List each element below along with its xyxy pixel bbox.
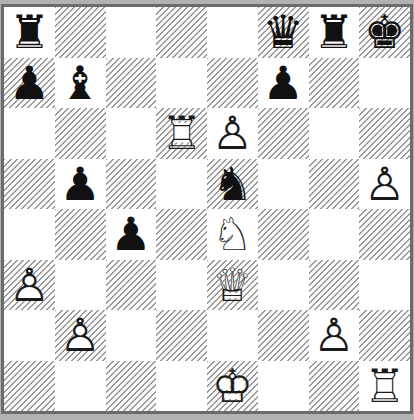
pawn-outline-glyph: ♙ bbox=[207, 108, 258, 159]
square-g4[interactable] bbox=[309, 209, 360, 260]
square-a6[interactable] bbox=[4, 108, 55, 159]
square-g6[interactable] bbox=[309, 108, 360, 159]
knight-outline-glyph: ♘ bbox=[207, 209, 258, 260]
white-pawn-piece: ♟♙ bbox=[4, 260, 55, 311]
black-pawn-piece: ♟ bbox=[258, 58, 309, 109]
white-pawn-piece: ♟♙ bbox=[207, 108, 258, 159]
square-d2[interactable] bbox=[156, 310, 207, 361]
black-rook-piece: ♜ bbox=[309, 7, 360, 58]
square-c1[interactable] bbox=[106, 361, 157, 412]
square-b6[interactable] bbox=[55, 108, 106, 159]
square-g3[interactable] bbox=[309, 260, 360, 311]
square-e1[interactable]: ♚♔ bbox=[207, 361, 258, 412]
black-pawn-piece: ♟ bbox=[55, 159, 106, 210]
square-e3[interactable]: ♛♕ bbox=[207, 260, 258, 311]
king-outline-glyph: ♔ bbox=[207, 361, 258, 412]
square-e7[interactable] bbox=[207, 58, 258, 109]
square-a4[interactable] bbox=[4, 209, 55, 260]
square-h4[interactable] bbox=[359, 209, 410, 260]
square-a8[interactable]: ♜ bbox=[4, 7, 55, 58]
square-g5[interactable] bbox=[309, 159, 360, 210]
black-rook-piece: ♜ bbox=[4, 7, 55, 58]
square-d7[interactable] bbox=[156, 58, 207, 109]
pawn-outline-glyph: ♙ bbox=[309, 310, 360, 361]
square-d8[interactable] bbox=[156, 7, 207, 58]
square-f3[interactable] bbox=[258, 260, 309, 311]
white-rook-piece: ♜♖ bbox=[156, 108, 207, 159]
white-pawn-piece: ♟♙ bbox=[309, 310, 360, 361]
black-pawn-piece: ♟ bbox=[106, 209, 157, 260]
square-b8[interactable] bbox=[55, 7, 106, 58]
diagram-frame: ♜♛♜♚♟♝♟♜♖♟♙♟♞♟♙♟♞♘♟♙♛♕♟♙♟♙♚♔♜♖ bbox=[0, 0, 414, 420]
square-b7[interactable]: ♝ bbox=[55, 58, 106, 109]
square-c4[interactable]: ♟ bbox=[106, 209, 157, 260]
square-f7[interactable]: ♟ bbox=[258, 58, 309, 109]
square-c8[interactable] bbox=[106, 7, 157, 58]
square-c2[interactable] bbox=[106, 310, 157, 361]
square-e6[interactable]: ♟♙ bbox=[207, 108, 258, 159]
square-f5[interactable] bbox=[258, 159, 309, 210]
black-king-piece: ♚ bbox=[359, 7, 410, 58]
white-pawn-piece: ♟♙ bbox=[55, 310, 106, 361]
square-h8[interactable]: ♚ bbox=[359, 7, 410, 58]
square-f1[interactable] bbox=[258, 361, 309, 412]
rook-outline-glyph: ♖ bbox=[156, 108, 207, 159]
square-h5[interactable]: ♟♙ bbox=[359, 159, 410, 210]
square-g7[interactable] bbox=[309, 58, 360, 109]
square-f6[interactable] bbox=[258, 108, 309, 159]
square-e5[interactable]: ♞ bbox=[207, 159, 258, 210]
chess-board: ♜♛♜♚♟♝♟♜♖♟♙♟♞♟♙♟♞♘♟♙♛♕♟♙♟♙♚♔♜♖ bbox=[4, 7, 410, 411]
black-pawn-piece: ♟ bbox=[4, 58, 55, 109]
square-h3[interactable] bbox=[359, 260, 410, 311]
black-knight-piece: ♞ bbox=[207, 159, 258, 210]
square-a5[interactable] bbox=[4, 159, 55, 210]
pawn-outline-glyph: ♙ bbox=[4, 260, 55, 311]
square-f4[interactable] bbox=[258, 209, 309, 260]
square-f2[interactable] bbox=[258, 310, 309, 361]
square-c6[interactable] bbox=[106, 108, 157, 159]
square-g8[interactable]: ♜ bbox=[309, 7, 360, 58]
square-d3[interactable] bbox=[156, 260, 207, 311]
white-king-piece: ♚♔ bbox=[207, 361, 258, 412]
queen-outline-glyph: ♕ bbox=[207, 260, 258, 311]
square-e4[interactable]: ♞♘ bbox=[207, 209, 258, 260]
square-b5[interactable]: ♟ bbox=[55, 159, 106, 210]
square-a1[interactable] bbox=[4, 361, 55, 412]
square-f8[interactable]: ♛ bbox=[258, 7, 309, 58]
white-rook-piece: ♜♖ bbox=[359, 361, 410, 412]
square-b3[interactable] bbox=[55, 260, 106, 311]
square-d6[interactable]: ♜♖ bbox=[156, 108, 207, 159]
square-e8[interactable] bbox=[207, 7, 258, 58]
square-d1[interactable] bbox=[156, 361, 207, 412]
black-queen-piece: ♛ bbox=[258, 7, 309, 58]
white-queen-piece: ♛♕ bbox=[207, 260, 258, 311]
pawn-outline-glyph: ♙ bbox=[359, 159, 410, 210]
square-b1[interactable] bbox=[55, 361, 106, 412]
square-a2[interactable] bbox=[4, 310, 55, 361]
square-d5[interactable] bbox=[156, 159, 207, 210]
square-a3[interactable]: ♟♙ bbox=[4, 260, 55, 311]
square-h1[interactable]: ♜♖ bbox=[359, 361, 410, 412]
square-a7[interactable]: ♟ bbox=[4, 58, 55, 109]
square-g1[interactable] bbox=[309, 361, 360, 412]
square-b4[interactable] bbox=[55, 209, 106, 260]
square-c3[interactable] bbox=[106, 260, 157, 311]
square-g2[interactable]: ♟♙ bbox=[309, 310, 360, 361]
square-h7[interactable] bbox=[359, 58, 410, 109]
square-b2[interactable]: ♟♙ bbox=[55, 310, 106, 361]
square-c5[interactable] bbox=[106, 159, 157, 210]
board-border: ♜♛♜♚♟♝♟♜♖♟♙♟♞♟♙♟♞♘♟♙♛♕♟♙♟♙♚♔♜♖ bbox=[1, 4, 413, 414]
pawn-outline-glyph: ♙ bbox=[55, 310, 106, 361]
white-knight-piece: ♞♘ bbox=[207, 209, 258, 260]
rook-outline-glyph: ♖ bbox=[359, 361, 410, 412]
square-c7[interactable] bbox=[106, 58, 157, 109]
square-h2[interactable] bbox=[359, 310, 410, 361]
square-h6[interactable] bbox=[359, 108, 410, 159]
square-e2[interactable] bbox=[207, 310, 258, 361]
white-pawn-piece: ♟♙ bbox=[359, 159, 410, 210]
square-d4[interactable] bbox=[156, 209, 207, 260]
black-bishop-piece: ♝ bbox=[55, 58, 106, 109]
